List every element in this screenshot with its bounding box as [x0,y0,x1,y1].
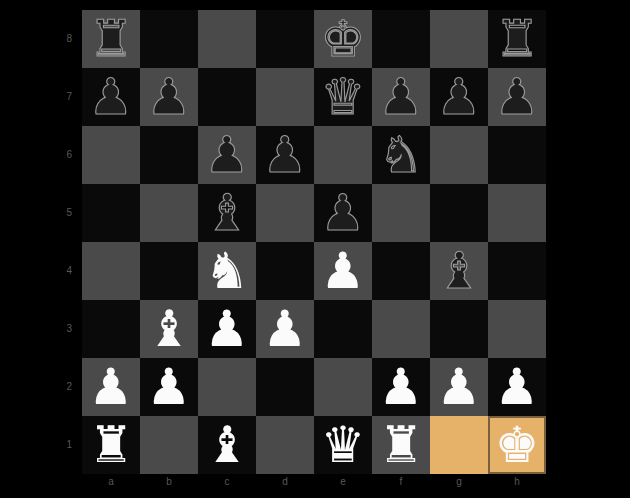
piece-white-pawn[interactable]: ♟ [430,358,488,416]
piece-white-pawn[interactable]: ♟ [82,358,140,416]
file-label-a: a [82,474,140,492]
square-h7[interactable]: ♟ [488,68,546,126]
square-b7[interactable]: ♟ [140,68,198,126]
rank-label-4: 4 [50,242,78,300]
square-e3[interactable] [314,300,372,358]
square-f3[interactable] [372,300,430,358]
square-b5[interactable] [140,184,198,242]
piece-black-pawn[interactable]: ♟ [256,126,314,184]
piece-black-pawn[interactable]: ♟ [198,126,256,184]
rank-label-5: 5 [50,184,78,242]
piece-white-king[interactable]: ♚ [488,416,546,474]
square-c8[interactable] [198,10,256,68]
rank-label-3: 3 [50,300,78,358]
rank-label-8: 8 [50,10,78,68]
piece-black-bishop[interactable]: ♝ [198,184,256,242]
rank-label-7: 7 [50,68,78,126]
piece-white-bishop[interactable]: ♝ [198,416,256,474]
square-b4[interactable] [140,242,198,300]
square-d4[interactable] [256,242,314,300]
square-d1[interactable] [256,416,314,474]
piece-black-pawn[interactable]: ♟ [314,184,372,242]
rank-label-1: 1 [50,416,78,474]
piece-black-queen[interactable]: ♛ [314,68,372,126]
chess-board: ♜♚♜♟♟♛♟♟♟♟♟♞♝♟♞♟♝♝♟♟♟♟♟♟♟♜♝♛♜♚ [82,10,546,474]
square-g7[interactable]: ♟ [430,68,488,126]
square-c3[interactable]: ♟ [198,300,256,358]
file-label-e: e [314,474,372,492]
square-h3[interactable] [488,300,546,358]
square-c7[interactable] [198,68,256,126]
piece-white-pawn[interactable]: ♟ [256,300,314,358]
piece-white-bishop[interactable]: ♝ [140,300,198,358]
square-e2[interactable] [314,358,372,416]
square-f6[interactable]: ♞ [372,126,430,184]
square-d8[interactable] [256,10,314,68]
square-f5[interactable] [372,184,430,242]
chess-app: 87654321 ♜♚♜♟♟♛♟♟♟♟♟♞♝♟♞♟♝♝♟♟♟♟♟♟♟♜♝♛♜♚ … [0,0,630,498]
piece-white-knight[interactable]: ♞ [198,242,256,300]
square-g6[interactable] [430,126,488,184]
piece-black-pawn[interactable]: ♟ [82,68,140,126]
square-f8[interactable] [372,10,430,68]
rank-label-2: 2 [50,358,78,416]
square-a6[interactable] [82,126,140,184]
square-g8[interactable] [430,10,488,68]
square-h4[interactable] [488,242,546,300]
square-c6[interactable]: ♟ [198,126,256,184]
square-c5[interactable]: ♝ [198,184,256,242]
square-a3[interactable] [82,300,140,358]
square-a7[interactable]: ♟ [82,68,140,126]
square-a5[interactable] [82,184,140,242]
square-h2[interactable]: ♟ [488,358,546,416]
square-e4[interactable]: ♟ [314,242,372,300]
square-f2[interactable]: ♟ [372,358,430,416]
square-a4[interactable] [82,242,140,300]
square-d2[interactable] [256,358,314,416]
square-d3[interactable]: ♟ [256,300,314,358]
square-d7[interactable] [256,68,314,126]
square-c4[interactable]: ♞ [198,242,256,300]
square-h8[interactable]: ♜ [488,10,546,68]
square-h5[interactable] [488,184,546,242]
square-h1[interactable]: ♚ [488,416,546,474]
square-b3[interactable]: ♝ [140,300,198,358]
piece-white-rook[interactable]: ♜ [372,416,430,474]
piece-black-pawn[interactable]: ♟ [430,68,488,126]
square-h6[interactable] [488,126,546,184]
piece-black-pawn[interactable]: ♟ [140,68,198,126]
piece-white-pawn[interactable]: ♟ [314,242,372,300]
file-label-d: d [256,474,314,492]
file-label-g: g [430,474,488,492]
file-label-f: f [372,474,430,492]
piece-white-pawn[interactable]: ♟ [488,358,546,416]
square-e7[interactable]: ♛ [314,68,372,126]
file-label-c: c [198,474,256,492]
square-c2[interactable] [198,358,256,416]
piece-black-knight[interactable]: ♞ [372,126,430,184]
square-e6[interactable] [314,126,372,184]
piece-white-pawn[interactable]: ♟ [198,300,256,358]
square-g1[interactable] [430,416,488,474]
square-b8[interactable] [140,10,198,68]
square-b1[interactable] [140,416,198,474]
piece-black-pawn[interactable]: ♟ [372,68,430,126]
square-d5[interactable] [256,184,314,242]
piece-black-pawn[interactable]: ♟ [488,68,546,126]
square-b2[interactable]: ♟ [140,358,198,416]
piece-white-pawn[interactable]: ♟ [140,358,198,416]
piece-white-pawn[interactable]: ♟ [372,358,430,416]
square-c1[interactable]: ♝ [198,416,256,474]
square-e5[interactable]: ♟ [314,184,372,242]
square-g4[interactable]: ♝ [430,242,488,300]
square-f4[interactable] [372,242,430,300]
square-e8[interactable]: ♚ [314,10,372,68]
piece-black-rook[interactable]: ♜ [488,10,546,68]
square-b6[interactable] [140,126,198,184]
square-f1[interactable]: ♜ [372,416,430,474]
square-e1[interactable]: ♛ [314,416,372,474]
square-a8[interactable]: ♜ [82,10,140,68]
rank-label-6: 6 [50,126,78,184]
square-d6[interactable]: ♟ [256,126,314,184]
square-f7[interactable]: ♟ [372,68,430,126]
square-g2[interactable]: ♟ [430,358,488,416]
square-g5[interactable] [430,184,488,242]
piece-black-king[interactable]: ♚ [314,10,372,68]
square-a1[interactable]: ♜ [82,416,140,474]
file-label-b: b [140,474,198,492]
rank-labels: 87654321 [50,10,78,474]
piece-black-bishop[interactable]: ♝ [430,242,488,300]
file-labels: abcdefgh [82,474,546,492]
square-a2[interactable]: ♟ [82,358,140,416]
piece-white-rook[interactable]: ♜ [82,416,140,474]
file-label-h: h [488,474,546,492]
square-g3[interactable] [430,300,488,358]
piece-black-rook[interactable]: ♜ [82,10,140,68]
piece-white-queen[interactable]: ♛ [314,416,372,474]
